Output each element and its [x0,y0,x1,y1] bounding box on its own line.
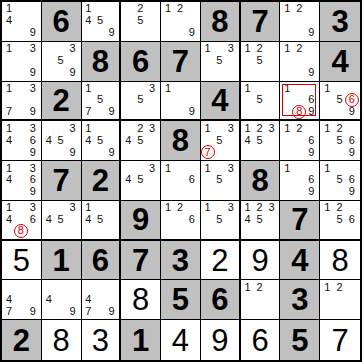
candidate-empty [83,27,95,39]
candidate-empty [106,83,118,95]
pencil-marks: 1689 [281,83,317,118]
candidate-empty [293,94,305,106]
cell-r4c7[interactable]: 12345 [241,121,281,161]
candidate-empty [281,94,293,106]
candidate-empty [106,225,118,237]
candidate-empty [281,174,293,186]
candidate-empty [94,27,106,39]
cell-r1c7[interactable]: 7 [241,2,281,42]
candidate-empty [305,15,317,27]
cell-r6c7[interactable]: 12345 [241,201,281,241]
candidate-empty [174,174,186,186]
candidate-1: 1 [321,281,333,293]
candidate-1: 1 [202,122,214,134]
candidate-empty [134,162,146,174]
candidate-4: 4 [242,134,254,146]
cell-r5c8[interactable]: 169 [280,161,320,201]
cell-r7c4[interactable]: 7 [121,241,161,281]
candidate-empty [266,213,278,225]
candidate-3: 3 [225,162,237,174]
candidate-4: 4 [83,293,95,305]
candidate-empty [94,106,106,118]
candidate-9: 9 [186,27,198,39]
candidate-empty [162,106,174,118]
cell-r9c8[interactable]: 5 [280,320,320,360]
candidate-empty [15,83,27,95]
cell-r7c7[interactable]: 9 [241,241,281,281]
candidate-4: 4 [83,134,95,146]
candidate-empty [293,186,305,198]
pencil-marks: 15 [242,83,278,118]
candidate-empty [3,55,15,67]
cell-r8c2[interactable]: 49 [42,280,82,320]
candidate-empty [55,281,67,293]
cell-r1c4[interactable]: 25 [121,2,161,42]
candidate-empty [225,186,237,198]
cell-r3c4[interactable]: 35 [121,82,161,122]
cell-r2c9[interactable]: 4 [320,42,360,82]
given-digit: 7 [251,6,268,37]
cell-r2c2[interactable]: 359 [42,42,82,82]
candidate-empty [266,106,278,118]
candidate-empty [333,106,345,118]
candidate-3: 3 [146,162,158,174]
candidate-empty [3,146,15,158]
cell-r2c1[interactable]: 139 [2,42,42,82]
candidate-7: 7 [83,106,95,118]
cell-r5c3[interactable]: 2 [82,161,122,201]
candidate-empty [281,186,293,198]
candidate-empty [213,146,225,158]
candidate-empty [94,202,106,214]
cell-r6c1[interactable]: 13468 [2,201,42,241]
given-digit: 2 [53,85,70,116]
candidate-empty [225,55,237,67]
cell-r8c6[interactable]: 6 [201,280,241,320]
candidate-5: 5 [213,134,225,146]
cell-r2c6[interactable]: 135 [201,42,241,82]
pencil-marks: 3459 [43,122,79,158]
candidate-empty [43,281,55,293]
candidate-1: 1 [83,3,95,15]
candidate-9: 9 [106,305,118,317]
candidate-empty [94,122,106,134]
cell-r8c4[interactable]: 8 [121,280,161,320]
candidate-empty [202,67,214,79]
candidate-4: 4 [3,15,15,27]
cell-r9c1[interactable]: 2 [2,320,42,360]
candidate-5: 5 [134,94,146,106]
candidate-5: 5 [94,134,106,146]
given-digit: 6 [92,245,109,276]
candidate-6: 6 [186,213,198,225]
candidate-empty [225,146,237,158]
candidate-5: 5 [333,174,345,186]
candidate-empty [43,146,55,158]
cell-r6c3[interactable]: 145 [82,201,122,241]
cell-r6c2[interactable]: 345 [42,201,82,241]
candidate-6: 6 [27,174,39,186]
cell-r5c7[interactable]: 8 [241,161,281,201]
candidate-5: 5 [254,134,266,146]
cell-r2c7[interactable]: 125 [241,42,281,82]
pencil-marks: 12 [321,281,358,317]
candidate-empty [266,305,278,317]
candidate-empty [162,186,174,198]
candidate-2: 2 [333,281,345,293]
cell-r1c2[interactable]: 6 [42,2,82,42]
candidate-3: 3 [67,122,79,134]
cell-r8c5[interactable]: 5 [161,280,201,320]
cell-r9c7[interactable]: 6 [241,320,281,360]
candidate-9: 9 [305,27,317,39]
cell-r7c1[interactable]: 5 [2,241,42,281]
candidate-empty [242,225,254,237]
pencil-marks: 1569 [321,162,358,198]
cell-r4c8[interactable]: 1269 [280,121,320,161]
candidate-empty [242,94,254,106]
candidate-4: 4 [83,213,95,225]
candidate-empty [174,186,186,198]
cell-r2c3[interactable]: 8 [82,42,122,82]
given-digit: 6 [132,46,149,77]
cell-r5c2[interactable]: 7 [42,161,82,201]
candidate-empty [122,122,134,134]
cell-r8c7[interactable]: 12 [241,280,281,320]
candidate-empty [27,55,39,67]
entered-digit: 5 [13,245,30,276]
cell-r8c1[interactable]: 479 [2,280,42,320]
candidate-5: 5 [55,55,67,67]
cell-r2c8[interactable]: 129 [280,42,320,82]
cell-r3c1[interactable]: 1379 [2,82,42,122]
cell-r1c6[interactable]: 8 [201,2,241,42]
candidate-3: 3 [225,202,237,214]
candidate-empty [55,202,67,214]
cell-r1c1[interactable]: 149 [2,2,42,42]
candidate-empty [305,162,317,174]
candidate-2: 2 [254,202,266,214]
cell-r1c3[interactable]: 1459 [82,2,122,42]
candidate-empty [162,15,174,27]
candidate-empty [122,83,134,95]
pencil-marks: 125 [242,43,278,79]
candidate-4: 4 [242,213,254,225]
candidate-empty [174,83,186,95]
cell-r4c2[interactable]: 3459 [42,121,82,161]
candidate-6: 6 [27,134,39,146]
candidate-5: 5 [333,94,345,106]
candidate-9: 9 [106,27,118,39]
candidate-empty [254,293,266,305]
candidate-empty [15,43,27,55]
given-digit: 8 [172,125,189,156]
cell-r5c4[interactable]: 345 [121,161,161,201]
candidate-9: 9 [346,106,358,118]
candidate-empty [186,186,198,198]
candidate-9: 9 [346,146,358,158]
cell-r4c9[interactable]: 12569 [320,121,360,161]
cell-r5c9[interactable]: 1569 [320,161,360,201]
candidate-empty [202,213,214,225]
candidate-empty [174,27,186,39]
candidate-empty [162,27,174,39]
candidate-1: 1 [3,122,15,134]
candidate-9: 9 [67,67,79,79]
candidate-empty [94,146,106,158]
candidate-empty [186,202,198,214]
cell-r5c1[interactable]: 13469 [2,161,42,201]
candidate-empty [305,3,317,15]
cell-r9c4[interactable]: 1 [121,320,161,360]
candidate-9: 9 [27,186,39,198]
given-digit: 6 [53,6,70,37]
candidate-1: 1 [321,122,333,134]
candidate-9: 9 [346,186,358,198]
candidate-empty [67,55,79,67]
pencil-marks: 13469 [3,122,39,158]
cell-r4c4[interactable]: 2345 [121,121,161,161]
candidate-1: 1 [321,202,333,214]
given-digit: 7 [172,46,189,77]
candidate-6: 6 [305,174,317,186]
cell-r4c3[interactable]: 1459 [82,121,122,161]
cell-r4c6[interactable]: 1357 [201,121,241,161]
cell-r7c8[interactable]: 4 [280,241,320,281]
cell-r4c5[interactable]: 8 [161,121,201,161]
pencil-marks: 12345 [242,122,278,158]
pencil-marks: 12569 [321,122,358,158]
candidate-5: 5 [213,213,225,225]
candidate-empty [346,225,358,237]
candidate-empty [305,122,317,134]
cell-r2c5[interactable]: 7 [161,42,201,82]
cell-r5c6[interactable]: 135 [201,161,241,201]
candidate-empty [106,134,118,146]
candidate-empty [346,162,358,174]
candidate-empty [134,186,146,198]
candidate-empty [146,3,158,15]
cell-r3c8[interactable]: 1689 [280,82,320,122]
cell-r6c6[interactable]: 135 [201,201,241,241]
candidate-empty [305,43,317,55]
candidate-empty [186,225,198,237]
candidate-empty [134,146,146,158]
candidate-empty [186,83,198,95]
candidate-4: 4 [83,15,95,27]
entered-digit: 4 [172,325,189,356]
candidate-empty [83,225,95,237]
candidate-4: 4 [3,213,15,225]
candidate-7: 7 [3,106,15,118]
candidate-2: 2 [293,122,305,134]
given-digit: 1 [53,245,70,276]
candidate-empty [122,27,134,39]
candidate-empty [242,55,254,67]
candidate-empty [281,106,293,118]
candidate-9: 9 [27,67,39,79]
candidate-9: 9 [186,106,198,118]
cell-r3c2[interactable]: 2 [42,82,82,122]
cell-r9c2[interactable]: 8 [42,320,82,360]
candidate-empty [122,186,134,198]
cell-r9c6[interactable]: 9 [201,320,241,360]
candidate-empty [94,83,106,95]
pencil-marks: 1357 [202,122,237,158]
cell-r6c9[interactable]: 1256 [320,201,360,241]
candidate-empty [3,94,15,106]
candidate-empty [55,146,67,158]
candidate-7-circled: 7 [202,146,214,158]
pencil-marks: 1459 [83,122,118,158]
candidate-empty [266,43,278,55]
given-digit: 5 [172,284,189,315]
cell-r8c9[interactable]: 12 [320,280,360,320]
cell-r3c3[interactable]: 1579 [82,82,122,122]
pencil-marks: 129 [281,3,317,39]
pencil-marks: 129 [162,3,198,39]
candidate-empty [146,174,158,186]
cell-r8c3[interactable]: 479 [82,280,122,320]
candidate-empty [15,146,27,158]
candidate-1: 1 [242,83,254,95]
candidate-1: 1 [3,162,15,174]
cell-r3c6[interactable]: 4 [201,82,241,122]
pencil-marks: 16 [162,162,198,198]
cell-r6c5[interactable]: 126 [161,201,201,241]
candidate-2: 2 [134,122,146,134]
candidate-9: 9 [27,305,39,317]
candidate-empty [293,55,305,67]
candidate-empty [321,106,333,118]
cell-r1c9[interactable]: 3 [320,2,360,42]
candidate-1: 1 [162,3,174,15]
candidate-3: 3 [27,43,39,55]
cell-r3c9[interactable]: 1569 [320,82,360,122]
candidate-empty [266,146,278,158]
candidate-1: 1 [242,202,254,214]
cell-r3c7[interactable]: 15 [241,82,281,122]
candidate-empty [15,202,27,214]
candidate-empty [55,43,67,55]
pencil-marks: 345 [122,162,158,198]
candidate-empty [146,94,158,106]
entered-digit: 7 [331,325,348,356]
candidate-empty [27,293,39,305]
candidate-1: 1 [83,122,95,134]
candidate-empty [15,162,27,174]
candidate-empty [254,146,266,158]
candidate-1: 1 [3,3,15,15]
candidate-empty [321,186,333,198]
candidate-empty [15,55,27,67]
candidate-1: 1 [281,162,293,174]
cell-r4c1[interactable]: 13469 [2,121,42,161]
candidate-2: 2 [333,122,345,134]
candidate-1: 1 [202,202,214,214]
candidate-empty [15,213,27,225]
entered-digit: 9 [251,245,268,276]
pencil-marks: 1256 [321,202,358,237]
candidate-6: 6 [346,134,358,146]
candidate-9: 9 [27,106,39,118]
candidate-empty [106,3,118,15]
candidate-empty [122,106,134,118]
candidate-empty [3,67,15,79]
cell-r6c4[interactable]: 9 [121,201,161,241]
given-digit: 3 [172,245,189,276]
candidate-empty [15,27,27,39]
candidate-empty [321,146,333,158]
candidate-9: 9 [106,146,118,158]
candidate-9: 9 [305,146,317,158]
candidate-6: 6 [27,213,39,225]
candidate-empty [122,146,134,158]
candidate-empty [106,213,118,225]
cell-r2c4[interactable]: 6 [121,42,161,82]
candidate-2: 2 [174,3,186,15]
candidate-empty [293,15,305,27]
candidate-empty [67,293,79,305]
candidate-empty [15,106,27,118]
candidate-empty [106,122,118,134]
candidate-3: 3 [27,202,39,214]
candidate-empty [346,122,358,134]
cell-r7c5[interactable]: 3 [161,241,201,281]
candidate-empty [146,27,158,39]
cell-r5c5[interactable]: 16 [161,161,201,201]
cell-r3c5[interactable]: 19 [161,82,201,122]
given-digit: 4 [331,46,348,77]
pencil-marks: 19 [162,83,198,118]
cell-r7c6[interactable]: 2 [201,241,241,281]
candidate-2: 2 [293,43,305,55]
cell-r8c8[interactable]: 3 [280,280,320,320]
cell-r7c2[interactable]: 1 [42,241,82,281]
candidate-empty [242,305,254,317]
candidate-empty [174,162,186,174]
candidate-empty [213,186,225,198]
cell-r9c9[interactable]: 7 [320,320,360,360]
cell-r6c8[interactable]: 7 [280,201,320,241]
cell-r1c8[interactable]: 129 [280,2,320,42]
pencil-marks: 1269 [281,122,317,158]
pencil-marks: 149 [3,3,39,39]
candidate-empty [94,225,106,237]
candidate-1: 1 [242,43,254,55]
candidate-empty [186,94,198,106]
candidate-empty [254,67,266,79]
cell-r7c3[interactable]: 6 [82,241,122,281]
candidate-empty [3,225,15,237]
candidate-empty [213,162,225,174]
candidate-empty [43,122,55,134]
candidate-empty [162,174,174,186]
candidate-3: 3 [27,122,39,134]
cell-r7c9[interactable]: 8 [320,241,360,281]
candidate-4: 4 [43,134,55,146]
candidate-7: 7 [83,305,95,317]
candidate-empty [346,281,358,293]
candidate-empty [94,3,106,15]
candidate-empty [321,174,333,186]
cell-r9c5[interactable]: 4 [161,320,201,360]
candidate-9: 9 [67,146,79,158]
candidate-empty [242,293,254,305]
entered-digit: 8 [331,245,348,276]
cell-r1c5[interactable]: 129 [161,2,201,42]
cell-r9c3[interactable]: 3 [82,320,122,360]
